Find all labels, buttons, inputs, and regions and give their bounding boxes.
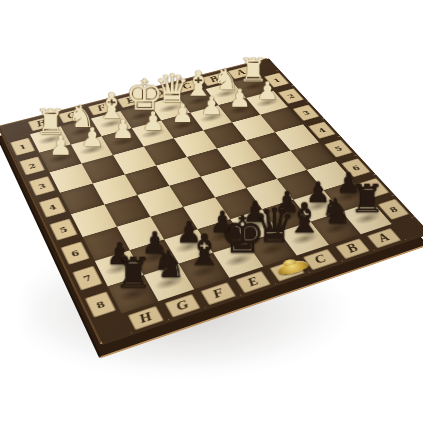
piece-white-pawn-glyph: ♟: [44, 132, 77, 158]
rank-label-left-7-text: 7: [72, 265, 103, 290]
piece-white-pawn-glyph: ♟: [224, 85, 255, 110]
piece-black-knight-glyph: ♞: [318, 193, 354, 228]
photo-stage: HGFEDCBA1♜♞♝♚♛♝♞♜12♟♟♟♟♟♟♟♟2334455667♟♟♟…: [0, 0, 423, 423]
piece-white-pawn-glyph: ♟: [166, 100, 198, 125]
piece-white-pawn-glyph: ♟: [252, 78, 283, 103]
piece-white-pawn-glyph: ♟: [76, 124, 109, 150]
rank-label-right-5-text: 5: [324, 139, 353, 157]
rank-label-left-3-text: 3: [28, 176, 55, 196]
rank-label-left-4-text: 4: [39, 196, 67, 217]
chess-board-3d: HGFEDCBA1♜♞♝♚♛♝♞♜12♟♟♟♟♟♟♟♟2334455667♟♟♟…: [0, 58, 423, 344]
scene-3d: HGFEDCBA1♜♞♝♚♛♝♞♜12♟♟♟♟♟♟♟♟2334455667♟♟♟…: [0, 0, 423, 423]
chess-board: HGFEDCBA1♜♞♝♚♛♝♞♜12♟♟♟♟♟♟♟♟2334455667♟♟♟…: [0, 58, 423, 344]
piece-black-bishop-glyph: ♝: [185, 229, 223, 272]
piece-black-rook-glyph: ♜: [349, 179, 385, 218]
rank-label-left-5-text: 5: [49, 218, 78, 241]
piece-white-pawn-glyph: ♟: [196, 93, 228, 118]
piece-white-pawn-glyph: ♟: [107, 116, 140, 142]
piece-white-pawn-glyph: ♟: [137, 108, 169, 134]
piece-black-king-glyph: ♚: [220, 209, 258, 260]
piece-black-rook-glyph: ♜: [114, 252, 153, 295]
rank-label-left-2-text: 2: [19, 156, 45, 175]
rank-label-left-1-text: 1: [10, 138, 36, 156]
piece-black-knight-glyph: ♞: [150, 245, 189, 282]
